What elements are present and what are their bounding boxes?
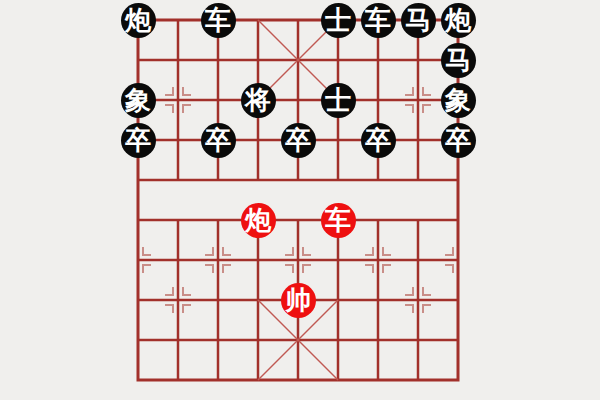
piece-black-soldier[interactable]: 卒 [201,123,236,158]
piece-black-general[interactable]: 将 [241,83,276,118]
piece-red-general[interactable]: 帅 [281,283,316,318]
piece-black-elephant[interactable]: 象 [441,83,476,118]
piece-black-advisor[interactable]: 士 [321,83,356,118]
piece-black-advisor[interactable]: 士 [321,3,356,38]
piece-black-soldier[interactable]: 卒 [441,123,476,158]
piece-black-soldier[interactable]: 卒 [121,123,156,158]
piece-red-cannon[interactable]: 炮 [241,203,276,238]
piece-black-chariot[interactable]: 车 [361,3,396,38]
piece-black-horse[interactable]: 马 [401,3,436,38]
piece-black-cannon[interactable]: 炮 [441,3,476,38]
piece-black-chariot[interactable]: 车 [201,3,236,38]
xiangqi-board[interactable]: 炮车士车马炮马象将士象卒卒卒卒卒炮车帅 [0,0,600,400]
board-pieces-layer: 炮车士车马炮马象将士象卒卒卒卒卒炮车帅 [118,0,478,400]
piece-black-soldier[interactable]: 卒 [361,123,396,158]
piece-black-elephant[interactable]: 象 [121,83,156,118]
piece-red-chariot[interactable]: 车 [321,203,356,238]
piece-black-soldier[interactable]: 卒 [281,123,316,158]
piece-black-horse[interactable]: 马 [441,43,476,78]
piece-black-cannon[interactable]: 炮 [121,3,156,38]
